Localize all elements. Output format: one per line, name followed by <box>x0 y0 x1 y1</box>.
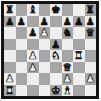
square-h2[interactable]: ♟ <box>85 73 97 85</box>
square-h6[interactable]: ♛ <box>85 27 97 39</box>
piece-black-pawn: ♟ <box>63 16 72 28</box>
piece-white-pawn: ♟ <box>28 62 37 74</box>
square-d4[interactable] <box>39 50 51 62</box>
square-b2[interactable] <box>16 73 28 85</box>
square-b8[interactable] <box>16 4 28 16</box>
square-e2[interactable] <box>50 73 62 85</box>
piece-white-pawn: ♟ <box>5 73 14 85</box>
square-g3[interactable] <box>73 62 85 74</box>
square-c8[interactable]: ♝ <box>27 4 39 16</box>
square-c5[interactable] <box>27 39 39 51</box>
square-g6[interactable] <box>73 27 85 39</box>
piece-black-rook: ♜ <box>5 4 14 16</box>
chess-diagram: ♜♝♚♜♟♟♟♟♟♟♟♟♞♛♟♟♞♜♟♛♟♟♟♜♚♝ <box>0 0 101 101</box>
square-f7[interactable]: ♟ <box>62 16 74 28</box>
square-a6[interactable] <box>4 27 16 39</box>
square-d8[interactable] <box>39 4 51 16</box>
square-e4[interactable]: ♞ <box>50 50 62 62</box>
square-a5[interactable] <box>4 39 16 51</box>
piece-black-bishop: ♝ <box>28 4 37 16</box>
square-h1[interactable] <box>85 85 97 97</box>
square-h8[interactable]: ♜ <box>85 4 97 16</box>
piece-black-pawn: ♟ <box>74 16 83 28</box>
chess-board: ♜♝♚♜♟♟♟♟♟♟♟♟♞♛♟♟♞♜♟♛♟♟♟♜♚♝ <box>4 4 96 96</box>
piece-white-pawn: ♟ <box>86 73 95 85</box>
square-d7[interactable]: ♟ <box>39 16 51 28</box>
square-c6[interactable]: ♟ <box>27 27 39 39</box>
square-d3[interactable] <box>39 62 51 74</box>
square-f6[interactable]: ♞ <box>62 27 74 39</box>
piece-black-rook: ♜ <box>86 4 95 16</box>
piece-white-rook: ♜ <box>74 50 83 62</box>
piece-white-king: ♚ <box>51 85 60 97</box>
piece-black-pawn: ♟ <box>5 16 14 28</box>
square-b7[interactable]: ♟ <box>16 16 28 28</box>
square-e7[interactable] <box>50 16 62 28</box>
piece-white-pawn: ♟ <box>28 50 37 62</box>
square-b6[interactable] <box>16 27 28 39</box>
square-g4[interactable]: ♜ <box>73 50 85 62</box>
piece-black-pawn: ♟ <box>86 16 95 28</box>
square-c4[interactable]: ♟ <box>27 50 39 62</box>
piece-white-bishop: ♝ <box>63 85 72 97</box>
square-c3[interactable]: ♟ <box>27 62 39 74</box>
piece-white-rook: ♜ <box>5 85 14 97</box>
square-d1[interactable] <box>39 85 51 97</box>
square-f4[interactable] <box>62 50 74 62</box>
piece-black-queen: ♛ <box>86 27 95 39</box>
square-g5[interactable] <box>73 39 85 51</box>
square-g2[interactable] <box>73 73 85 85</box>
square-c2[interactable] <box>27 73 39 85</box>
square-e6[interactable] <box>50 27 62 39</box>
square-d5[interactable] <box>39 39 51 51</box>
square-c7[interactable] <box>27 16 39 28</box>
piece-black-king: ♚ <box>51 4 60 16</box>
piece-black-pawn: ♟ <box>40 16 49 28</box>
square-a7[interactable]: ♟ <box>4 16 16 28</box>
square-a4[interactable] <box>4 50 16 62</box>
square-f5[interactable] <box>62 39 74 51</box>
piece-white-knight: ♞ <box>51 50 60 62</box>
square-h7[interactable]: ♟ <box>85 16 97 28</box>
square-e8[interactable]: ♚ <box>50 4 62 16</box>
square-b4[interactable] <box>16 50 28 62</box>
square-a8[interactable]: ♜ <box>4 4 16 16</box>
square-h4[interactable] <box>85 50 97 62</box>
piece-white-pawn: ♟ <box>63 73 72 85</box>
square-d2[interactable] <box>39 73 51 85</box>
square-a3[interactable] <box>4 62 16 74</box>
square-b5[interactable] <box>16 39 28 51</box>
square-b3[interactable] <box>16 62 28 74</box>
square-g7[interactable]: ♟ <box>73 16 85 28</box>
square-a2[interactable]: ♟ <box>4 73 16 85</box>
piece-black-pawn: ♟ <box>51 39 60 51</box>
square-f3[interactable]: ♛ <box>62 62 74 74</box>
square-e5[interactable]: ♟ <box>50 39 62 51</box>
piece-black-pawn: ♟ <box>28 27 37 39</box>
square-d6[interactable]: ♟ <box>39 27 51 39</box>
square-g1[interactable] <box>73 85 85 97</box>
board-frame: ♜♝♚♜♟♟♟♟♟♟♟♟♞♛♟♟♞♜♟♛♟♟♟♜♚♝ <box>1 1 99 99</box>
square-e3[interactable] <box>50 62 62 74</box>
square-a1[interactable]: ♜ <box>4 85 16 97</box>
square-f2[interactable]: ♟ <box>62 73 74 85</box>
square-e1[interactable]: ♚ <box>50 85 62 97</box>
piece-white-queen: ♛ <box>63 62 72 74</box>
square-c1[interactable] <box>27 85 39 97</box>
square-g8[interactable] <box>73 4 85 16</box>
square-b1[interactable] <box>16 85 28 97</box>
piece-white-pawn: ♟ <box>40 27 49 39</box>
piece-black-pawn: ♟ <box>17 16 26 28</box>
piece-black-knight: ♞ <box>63 27 72 39</box>
square-f8[interactable] <box>62 4 74 16</box>
square-h5[interactable] <box>85 39 97 51</box>
square-h3[interactable] <box>85 62 97 74</box>
square-f1[interactable]: ♝ <box>62 85 74 97</box>
